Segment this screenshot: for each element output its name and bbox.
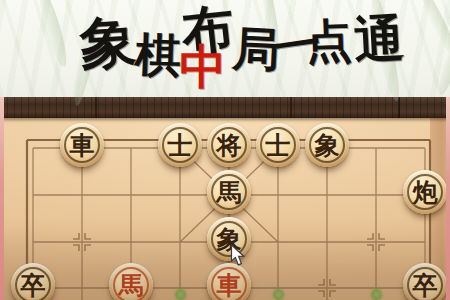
piece-character: 車 xyxy=(217,273,242,298)
piece-character: 卒 xyxy=(413,273,438,298)
screen-edge-right xyxy=(446,97,450,300)
piece-black-horse[interactable]: 馬 xyxy=(207,170,251,214)
piece-black-advisor[interactable]: 士 xyxy=(158,123,202,167)
title-char-red: 中 xyxy=(180,36,227,99)
piece-character: 象 xyxy=(217,227,242,252)
piece-black-cannon[interactable]: 炮 xyxy=(403,170,447,214)
piece-black-chariot[interactable]: 車 xyxy=(60,123,104,167)
piece-red-horse[interactable]: 馬 xyxy=(109,263,153,300)
screen-edge-left xyxy=(0,97,4,300)
piece-black-elephant[interactable]: 象 xyxy=(207,217,251,261)
piece-character: 馬 xyxy=(119,273,144,298)
piece-black-advisor[interactable]: 士 xyxy=(256,123,300,167)
piece-character: 将 xyxy=(217,133,242,158)
piece-black-soldier[interactable]: 卒 xyxy=(403,263,447,300)
move-hint-dot[interactable] xyxy=(175,289,186,300)
title-banner: 象棋布中局一点通 xyxy=(0,0,450,97)
piece-character: 車 xyxy=(70,133,95,158)
leaf-decoration xyxy=(413,0,450,62)
leaf-decoration xyxy=(35,0,71,69)
title-char: 象 xyxy=(77,4,138,84)
leaf-decoration xyxy=(435,36,450,97)
xiangqi-board[interactable]: 車士将士象馬炮象卒馬車卒 xyxy=(0,97,450,300)
move-hint-dot[interactable] xyxy=(371,289,382,300)
piece-character: 馬 xyxy=(217,180,242,205)
title-char: 棋 xyxy=(134,24,182,88)
title-char: 通 xyxy=(352,5,405,75)
title-char: 点 xyxy=(305,10,353,74)
screenshot-root: 象棋布中局一点通 車士将士象馬炮象卒馬車卒 xyxy=(0,0,450,300)
piece-character: 象 xyxy=(315,133,340,158)
move-hint-dot[interactable] xyxy=(273,289,284,300)
piece-character: 卒 xyxy=(21,273,46,298)
piece-character: 炮 xyxy=(413,180,438,205)
piece-character: 士 xyxy=(266,133,291,158)
piece-black-soldier[interactable]: 卒 xyxy=(11,263,55,300)
piece-character: 士 xyxy=(168,133,193,158)
piece-black-general[interactable]: 将 xyxy=(207,123,251,167)
piece-black-elephant[interactable]: 象 xyxy=(305,123,349,167)
piece-red-chariot[interactable]: 車 xyxy=(207,263,251,300)
